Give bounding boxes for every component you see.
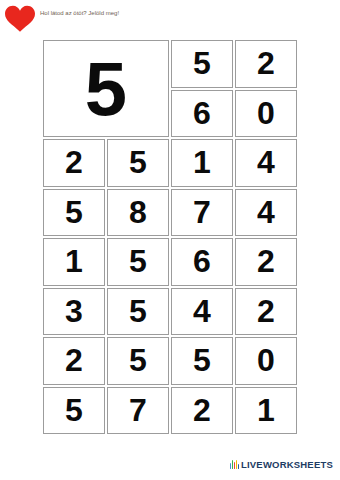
liveworksheets-logo: LIVEWORKSHEETS [230, 460, 333, 469]
bar-chart-icon [230, 460, 239, 469]
grid-cell-r6c4[interactable]: 2 [235, 288, 297, 336]
grid-cell-r1c3[interactable]: 5 [171, 40, 233, 88]
logo-bar [230, 463, 231, 469]
grid-cell-r5c4[interactable]: 2 [235, 238, 297, 286]
grid-cell-r3c3[interactable]: 1 [171, 139, 233, 187]
grid-cell-r4c3[interactable]: 7 [171, 189, 233, 237]
logo-bar [232, 460, 233, 469]
grid-cell-r8c4[interactable]: 1 [235, 387, 297, 435]
grid-cell-r7c4[interactable]: 0 [235, 337, 297, 385]
grid-cell-r8c1[interactable]: 5 [43, 387, 105, 435]
grid-cell-r1c4[interactable]: 2 [235, 40, 297, 88]
grid-cell-r3c2[interactable]: 5 [107, 139, 169, 187]
heart-shape [5, 6, 35, 32]
grid-cell-r6c2[interactable]: 5 [107, 288, 169, 336]
grid-cell-r7c2[interactable]: 5 [107, 337, 169, 385]
brand-text: LIVEWORKSHEETS [241, 460, 333, 469]
grid-cell-r4c1[interactable]: 5 [43, 189, 105, 237]
grid-cell-r2c4[interactable]: 0 [235, 90, 297, 138]
big-target-cell: 5 [43, 40, 169, 137]
number-grid: 55260251458741562354225505721 [43, 40, 297, 434]
logo-bar [238, 464, 239, 469]
grid-cell-r3c4[interactable]: 4 [235, 139, 297, 187]
grid-cell-r5c3[interactable]: 6 [171, 238, 233, 286]
grid-cell-r4c2[interactable]: 8 [107, 189, 169, 237]
grid-cell-r2c3[interactable]: 6 [171, 90, 233, 138]
grid-cell-r4c4[interactable]: 4 [235, 189, 297, 237]
grid-cell-r3c1[interactable]: 2 [43, 139, 105, 187]
grid-cell-r8c3[interactable]: 2 [171, 387, 233, 435]
grid-cell-r6c1[interactable]: 3 [43, 288, 105, 336]
logo-bar [234, 462, 235, 469]
heart-icon [5, 4, 35, 33]
grid-cell-r6c3[interactable]: 4 [171, 288, 233, 336]
grid-cell-r7c3[interactable]: 5 [171, 337, 233, 385]
grid-cell-r8c2[interactable]: 7 [107, 387, 169, 435]
grid-cell-r5c1[interactable]: 1 [43, 238, 105, 286]
logo-bar [236, 460, 237, 469]
grid-cell-r5c2[interactable]: 5 [107, 238, 169, 286]
grid-cell-r7c1[interactable]: 2 [43, 337, 105, 385]
instruction-text: Hol látod az ötöt? Jelöld meg! [40, 9, 119, 17]
